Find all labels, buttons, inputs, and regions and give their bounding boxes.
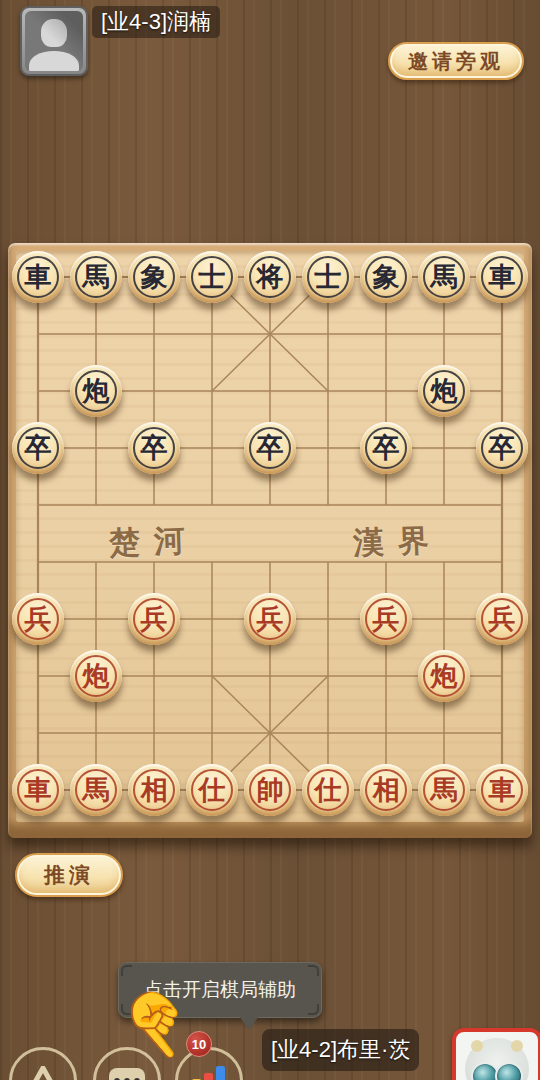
- piece-character: 炮: [70, 650, 122, 702]
- xiangqi-piece-red-仕[interactable]: 仕: [186, 764, 238, 816]
- xiangqi-piece-black-馬[interactable]: 馬: [418, 251, 470, 303]
- double-up-arrow-icon: [26, 1066, 60, 1080]
- xiangqi-piece-black-象[interactable]: 象: [360, 251, 412, 303]
- piece-character: 卒: [128, 422, 180, 474]
- tooltip-arrow: [239, 1016, 259, 1030]
- xiangqi-piece-red-馬[interactable]: 馬: [70, 764, 122, 816]
- opponent-avatar[interactable]: [452, 1028, 540, 1080]
- piece-character: 炮: [418, 650, 470, 702]
- bottom-player-name: [业4-2]布里·茨: [262, 1029, 419, 1071]
- piece-character: 象: [360, 251, 412, 303]
- river-label-right: 漢界: [337, 519, 458, 565]
- tooltip-corner-ornament: [121, 965, 132, 976]
- xiangqi-game-screen: [业4-3]润楠 邀请旁观 楚河 漢界 車馬象士将士象馬車炮炮卒卒卒卒卒兵兵兵兵…: [0, 0, 540, 1080]
- xiangqi-piece-red-馬[interactable]: 馬: [418, 764, 470, 816]
- xiangqi-piece-black-炮[interactable]: 炮: [418, 365, 470, 417]
- piece-character: 仕: [186, 764, 238, 816]
- xiangqi-piece-black-車[interactable]: 車: [476, 251, 528, 303]
- tooltip-corner-ornament: [308, 1004, 319, 1015]
- xiangqi-piece-black-卒[interactable]: 卒: [128, 422, 180, 474]
- xiangqi-piece-black-卒[interactable]: 卒: [476, 422, 528, 474]
- ponder-button[interactable]: 推演: [15, 853, 123, 897]
- piece-character: 卒: [12, 422, 64, 474]
- xiangqi-piece-red-兵[interactable]: 兵: [128, 593, 180, 645]
- piece-character: 相: [360, 764, 412, 816]
- xiangqi-piece-red-仕[interactable]: 仕: [302, 764, 354, 816]
- piece-character: 兵: [476, 593, 528, 645]
- piece-character: 馬: [418, 251, 470, 303]
- piece-character: 兵: [128, 593, 180, 645]
- piece-character: 士: [186, 251, 238, 303]
- piece-character: 兵: [244, 593, 296, 645]
- piece-character: 炮: [70, 365, 122, 417]
- bar-chart-icon: [190, 1065, 228, 1080]
- piece-character: 馬: [418, 764, 470, 816]
- xiangqi-piece-red-相[interactable]: 相: [360, 764, 412, 816]
- piece-character: 卒: [244, 422, 296, 474]
- piece-character: 帥: [244, 764, 296, 816]
- expand-menu-button[interactable]: [9, 1047, 77, 1080]
- piece-character: 卒: [476, 422, 528, 474]
- piece-character: 車: [476, 764, 528, 816]
- xiangqi-piece-black-象[interactable]: 象: [128, 251, 180, 303]
- xiangqi-piece-red-相[interactable]: 相: [128, 764, 180, 816]
- invite-spectators-button[interactable]: 邀请旁观: [388, 42, 524, 80]
- xiangqi-piece-red-炮[interactable]: 炮: [418, 650, 470, 702]
- xiangqi-piece-black-士[interactable]: 士: [186, 251, 238, 303]
- piece-character: 兵: [12, 593, 64, 645]
- top-player-name: [业4-3]润楠: [92, 6, 220, 38]
- piece-character: 将: [244, 251, 296, 303]
- chat-bubble-icon: [109, 1068, 145, 1080]
- river-label-left: 楚河: [93, 519, 214, 565]
- xiangqi-piece-red-兵[interactable]: 兵: [244, 593, 296, 645]
- xiangqi-piece-black-炮[interactable]: 炮: [70, 365, 122, 417]
- avatar-shadow: [25, 11, 83, 71]
- piece-character: 相: [128, 764, 180, 816]
- piece-character: 車: [12, 251, 64, 303]
- xiangqi-piece-black-卒[interactable]: 卒: [360, 422, 412, 474]
- piece-character: 兵: [360, 593, 412, 645]
- piece-character: 馬: [70, 764, 122, 816]
- assist-count-badge: 10: [186, 1031, 212, 1057]
- avatar-placeholder-icon: [25, 11, 83, 71]
- xiangqi-piece-black-卒[interactable]: 卒: [12, 422, 64, 474]
- piece-character: 象: [128, 251, 180, 303]
- xiangqi-board[interactable]: 楚河 漢界 車馬象士将士象馬車炮炮卒卒卒卒卒兵兵兵兵兵炮炮車馬相仕帥仕相馬車: [8, 243, 532, 838]
- xiangqi-piece-red-車[interactable]: 車: [12, 764, 64, 816]
- pet-avatar-image: [465, 1038, 529, 1080]
- piece-character: 車: [476, 251, 528, 303]
- piece-character: 車: [12, 764, 64, 816]
- xiangqi-piece-red-車[interactable]: 車: [476, 764, 528, 816]
- piece-character: 士: [302, 251, 354, 303]
- piece-character: 仕: [302, 764, 354, 816]
- xiangqi-piece-red-炮[interactable]: 炮: [70, 650, 122, 702]
- xiangqi-piece-red-兵[interactable]: 兵: [360, 593, 412, 645]
- xiangqi-piece-black-士[interactable]: 士: [302, 251, 354, 303]
- piece-character: 馬: [70, 251, 122, 303]
- tooltip-corner-ornament: [308, 965, 319, 976]
- xiangqi-piece-black-卒[interactable]: 卒: [244, 422, 296, 474]
- xiangqi-piece-black-馬[interactable]: 馬: [70, 251, 122, 303]
- piece-character: 卒: [360, 422, 412, 474]
- piece-character: 炮: [418, 365, 470, 417]
- xiangqi-piece-red-兵[interactable]: 兵: [12, 593, 64, 645]
- xiangqi-piece-red-帥[interactable]: 帥: [244, 764, 296, 816]
- top-player-avatar[interactable]: [20, 6, 88, 76]
- xiangqi-piece-red-兵[interactable]: 兵: [476, 593, 528, 645]
- xiangqi-piece-black-車[interactable]: 車: [12, 251, 64, 303]
- xiangqi-piece-black-将[interactable]: 将: [244, 251, 296, 303]
